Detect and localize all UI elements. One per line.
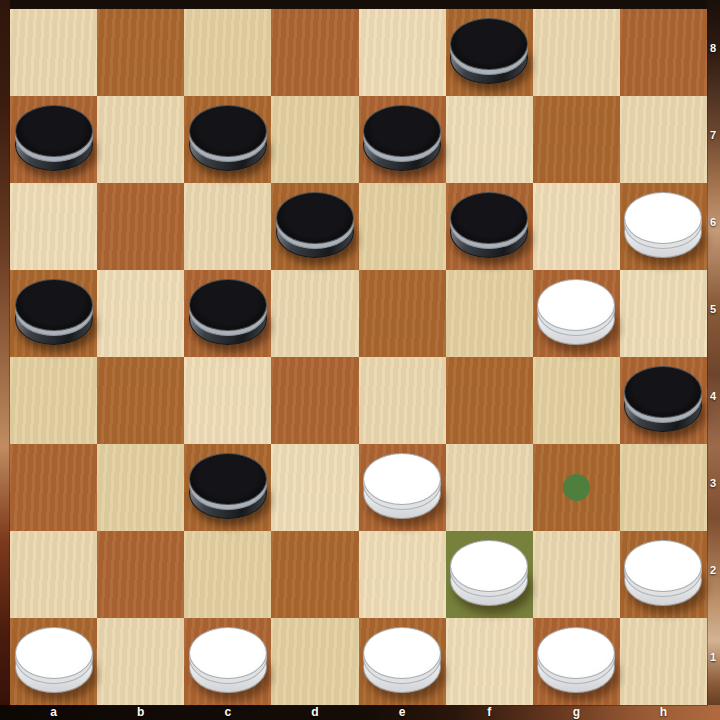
- square-e8[interactable]: [359, 9, 446, 96]
- square-b7[interactable]: [97, 96, 184, 183]
- rank-label-3: 3: [710, 477, 716, 489]
- checker-top: [15, 279, 93, 331]
- black-checker-d6[interactable]: [276, 192, 354, 258]
- black-checker-c5[interactable]: [189, 279, 267, 345]
- checker-top: [624, 192, 702, 244]
- square-f4[interactable]: [446, 357, 533, 444]
- square-a4[interactable]: [10, 357, 97, 444]
- square-e6[interactable]: [359, 183, 446, 270]
- checker-top: [189, 453, 267, 505]
- checker-top: [189, 105, 267, 157]
- file-label-a: a: [50, 705, 57, 719]
- checker-top: [624, 366, 702, 418]
- checker-top: [363, 105, 441, 157]
- black-checker-a5[interactable]: [15, 279, 93, 345]
- square-c4[interactable]: [184, 357, 271, 444]
- white-checker-c1[interactable]: [189, 627, 267, 693]
- checker-top: [363, 627, 441, 679]
- file-label-g: g: [573, 705, 580, 719]
- white-checker-e3[interactable]: [363, 453, 441, 519]
- white-checker-h2[interactable]: [624, 540, 702, 606]
- square-d7[interactable]: [271, 96, 358, 183]
- checker-top: [624, 540, 702, 592]
- square-g8[interactable]: [533, 9, 620, 96]
- white-checker-h6[interactable]: [624, 192, 702, 258]
- checker-top: [537, 279, 615, 331]
- file-label-f: f: [487, 705, 491, 719]
- square-a6[interactable]: [10, 183, 97, 270]
- checker-top: [450, 540, 528, 592]
- square-d8[interactable]: [271, 9, 358, 96]
- background-strip-left: [0, 0, 10, 720]
- square-b3[interactable]: [97, 444, 184, 531]
- black-checker-a7[interactable]: [15, 105, 93, 171]
- square-d4[interactable]: [271, 357, 358, 444]
- square-b6[interactable]: [97, 183, 184, 270]
- square-f5[interactable]: [446, 270, 533, 357]
- rank-label-2: 2: [710, 564, 716, 576]
- file-label-b: b: [137, 705, 144, 719]
- checker-top: [537, 627, 615, 679]
- square-d2[interactable]: [271, 531, 358, 618]
- black-checker-e7[interactable]: [363, 105, 441, 171]
- white-checker-e1[interactable]: [363, 627, 441, 693]
- square-b1[interactable]: [97, 618, 184, 705]
- checker-top: [189, 627, 267, 679]
- square-h7[interactable]: [620, 96, 707, 183]
- square-f1[interactable]: [446, 618, 533, 705]
- square-h1[interactable]: [620, 618, 707, 705]
- rank-label-1: 1: [710, 651, 716, 663]
- checker-top: [15, 627, 93, 679]
- square-d5[interactable]: [271, 270, 358, 357]
- rank-label-6: 6: [710, 216, 716, 228]
- square-g4[interactable]: [533, 357, 620, 444]
- square-a8[interactable]: [10, 9, 97, 96]
- checker-top: [189, 279, 267, 331]
- white-checker-g5[interactable]: [537, 279, 615, 345]
- square-h5[interactable]: [620, 270, 707, 357]
- checker-top: [15, 105, 93, 157]
- square-d1[interactable]: [271, 618, 358, 705]
- white-checker-a1[interactable]: [15, 627, 93, 693]
- black-checker-c7[interactable]: [189, 105, 267, 171]
- background-strip-right: [707, 0, 720, 720]
- move-hint-dot[interactable]: [563, 474, 590, 501]
- square-e5[interactable]: [359, 270, 446, 357]
- checker-top: [450, 192, 528, 244]
- square-c6[interactable]: [184, 183, 271, 270]
- square-d3[interactable]: [271, 444, 358, 531]
- rank-label-8: 8: [710, 42, 716, 54]
- file-label-h: h: [660, 705, 667, 719]
- white-checker-f2[interactable]: [450, 540, 528, 606]
- white-checker-g1[interactable]: [537, 627, 615, 693]
- black-checker-c3[interactable]: [189, 453, 267, 519]
- checker-top: [276, 192, 354, 244]
- square-h8[interactable]: [620, 9, 707, 96]
- file-label-d: d: [311, 705, 318, 719]
- checkers-board: [10, 9, 707, 705]
- square-b2[interactable]: [97, 531, 184, 618]
- file-label-c: c: [224, 705, 231, 719]
- square-g7[interactable]: [533, 96, 620, 183]
- background-strip-bottom: [0, 705, 720, 720]
- square-f7[interactable]: [446, 96, 533, 183]
- app-window: abcdefgh87654321: [0, 0, 720, 720]
- square-b8[interactable]: [97, 9, 184, 96]
- black-checker-f6[interactable]: [450, 192, 528, 258]
- checker-top: [363, 453, 441, 505]
- square-h3[interactable]: [620, 444, 707, 531]
- square-a3[interactable]: [10, 444, 97, 531]
- square-g2[interactable]: [533, 531, 620, 618]
- square-c2[interactable]: [184, 531, 271, 618]
- square-e4[interactable]: [359, 357, 446, 444]
- rank-label-5: 5: [710, 303, 716, 315]
- file-label-e: e: [399, 705, 406, 719]
- background-strip-top: [0, 0, 720, 9]
- rank-label-7: 7: [710, 129, 716, 141]
- square-a2[interactable]: [10, 531, 97, 618]
- square-g6[interactable]: [533, 183, 620, 270]
- black-checker-h4[interactable]: [624, 366, 702, 432]
- black-checker-f8[interactable]: [450, 18, 528, 84]
- square-b4[interactable]: [97, 357, 184, 444]
- square-b5[interactable]: [97, 270, 184, 357]
- square-c8[interactable]: [184, 9, 271, 96]
- square-f3[interactable]: [446, 444, 533, 531]
- checker-top: [450, 18, 528, 70]
- rank-label-4: 4: [710, 390, 716, 402]
- square-e2[interactable]: [359, 531, 446, 618]
